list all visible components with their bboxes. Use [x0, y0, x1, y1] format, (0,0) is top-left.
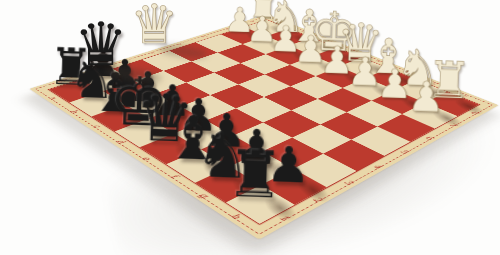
piece-white-pawn[interactable]: ♟: [390, 75, 462, 119]
extra-black-queen[interactable]: ♛: [74, 14, 128, 74]
extra-white-queen[interactable]: ♛: [130, 0, 178, 52]
square-h1[interactable]: ♜: [226, 185, 294, 224]
product-photo-scene: abcdefgh 12345678 abcdefgh 87654321 ♜♞♝♚…: [0, 0, 500, 255]
piece-black-rook[interactable]: ♜: [210, 141, 299, 208]
